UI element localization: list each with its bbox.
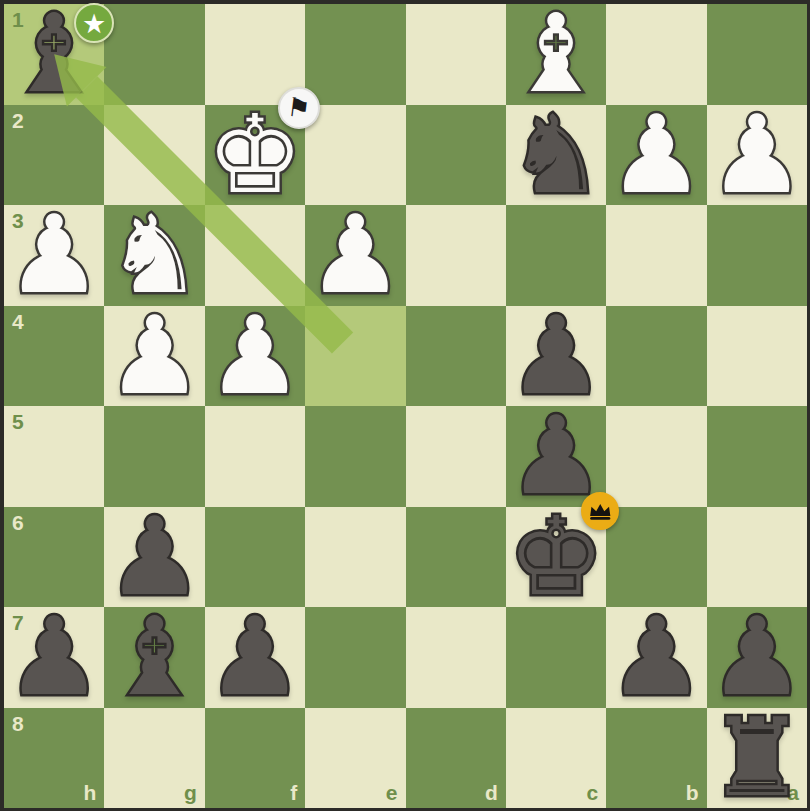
square-h3[interactable]: 3♟ (4, 205, 104, 306)
square-b4[interactable] (606, 306, 706, 407)
rank-label-8: 8 (12, 712, 24, 736)
square-g2[interactable] (104, 105, 204, 206)
file-label-c: c (587, 781, 599, 805)
piece-white-pawn[interactable]: ♟ (707, 105, 807, 206)
square-a3[interactable] (707, 205, 807, 306)
chess-board: 1♝♝2♚♞♟♟3♟♞♟4♟♟♟5♟6♟♚7♟♝♟♟♟8hgfedcba♜ (4, 4, 807, 808)
square-b1[interactable] (606, 4, 706, 105)
rank-label-5: 5 (12, 410, 24, 434)
chess-app-canvas: 1♝♝2♚♞♟♟3♟♞♟4♟♟♟5♟6♟♚7♟♝♟♟♟8hgfedcba♜ ★⚑ (0, 0, 810, 811)
file-label-d: d (485, 781, 498, 805)
piece-black-bishop[interactable]: ♝ (4, 4, 104, 105)
piece-black-pawn[interactable]: ♟ (707, 607, 807, 708)
square-b2[interactable]: ♟ (606, 105, 706, 206)
square-b5[interactable] (606, 406, 706, 507)
piece-black-pawn[interactable]: ♟ (4, 607, 104, 708)
piece-white-knight[interactable]: ♞ (104, 205, 204, 306)
square-f6[interactable] (205, 507, 305, 608)
square-d6[interactable] (406, 507, 506, 608)
square-c4[interactable]: ♟ (506, 306, 606, 407)
square-c8[interactable]: c (506, 708, 606, 809)
square-a1[interactable] (707, 4, 807, 105)
square-a7[interactable]: ♟ (707, 607, 807, 708)
square-e3[interactable]: ♟ (305, 205, 405, 306)
square-a6[interactable] (707, 507, 807, 608)
square-b8[interactable]: b (606, 708, 706, 809)
square-d4[interactable] (406, 306, 506, 407)
file-label-f: f (290, 781, 297, 805)
square-a8[interactable]: a♜ (707, 708, 807, 809)
piece-black-pawn[interactable]: ♟ (104, 507, 204, 608)
square-h6[interactable]: 6 (4, 507, 104, 608)
piece-white-pawn[interactable]: ♟ (305, 205, 405, 306)
piece-black-pawn[interactable]: ♟ (606, 607, 706, 708)
square-d2[interactable] (406, 105, 506, 206)
square-f2[interactable]: ♚ (205, 105, 305, 206)
square-h8[interactable]: 8h (4, 708, 104, 809)
square-c6[interactable]: ♚ (506, 507, 606, 608)
square-a2[interactable]: ♟ (707, 105, 807, 206)
square-b6[interactable] (606, 507, 706, 608)
piece-black-pawn[interactable]: ♟ (506, 406, 606, 507)
square-h5[interactable]: 5 (4, 406, 104, 507)
square-d1[interactable] (406, 4, 506, 105)
square-h2[interactable]: 2 (4, 105, 104, 206)
square-g5[interactable] (104, 406, 204, 507)
square-g6[interactable]: ♟ (104, 507, 204, 608)
square-g7[interactable]: ♝ (104, 607, 204, 708)
rank-label-2: 2 (12, 109, 24, 133)
square-g1[interactable] (104, 4, 204, 105)
piece-white-pawn[interactable]: ♟ (4, 205, 104, 306)
square-a5[interactable] (707, 406, 807, 507)
square-e6[interactable] (305, 507, 405, 608)
piece-black-pawn[interactable]: ♟ (205, 607, 305, 708)
square-g4[interactable]: ♟ (104, 306, 204, 407)
square-f1[interactable] (205, 4, 305, 105)
file-label-h: h (84, 781, 97, 805)
rank-label-6: 6 (12, 511, 24, 535)
square-g3[interactable]: ♞ (104, 205, 204, 306)
square-c2[interactable]: ♞ (506, 105, 606, 206)
piece-white-pawn[interactable]: ♟ (104, 306, 204, 407)
piece-black-rook[interactable]: ♜ (707, 708, 807, 809)
square-f7[interactable]: ♟ (205, 607, 305, 708)
square-f3[interactable] (205, 205, 305, 306)
piece-black-knight[interactable]: ♞ (506, 105, 606, 206)
square-e5[interactable] (305, 406, 405, 507)
piece-white-bishop[interactable]: ♝ (506, 4, 606, 105)
square-e8[interactable]: e (305, 708, 405, 809)
square-c5[interactable]: ♟ (506, 406, 606, 507)
square-d5[interactable] (406, 406, 506, 507)
square-f5[interactable] (205, 406, 305, 507)
piece-black-pawn[interactable]: ♟ (506, 306, 606, 407)
square-f8[interactable]: f (205, 708, 305, 809)
square-e2[interactable] (305, 105, 405, 206)
rank-label-4: 4 (12, 310, 24, 334)
square-f4[interactable]: ♟ (205, 306, 305, 407)
square-d7[interactable] (406, 607, 506, 708)
piece-white-king[interactable]: ♚ (205, 105, 305, 206)
square-c7[interactable] (506, 607, 606, 708)
file-label-e: e (386, 781, 398, 805)
square-d8[interactable]: d (406, 708, 506, 809)
square-e1[interactable] (305, 4, 405, 105)
square-b3[interactable] (606, 205, 706, 306)
square-g8[interactable]: g (104, 708, 204, 809)
square-e7[interactable] (305, 607, 405, 708)
square-a4[interactable] (707, 306, 807, 407)
piece-black-bishop[interactable]: ♝ (104, 607, 204, 708)
square-h7[interactable]: 7♟ (4, 607, 104, 708)
square-c3[interactable] (506, 205, 606, 306)
square-e4[interactable] (305, 306, 405, 407)
file-label-g: g (184, 781, 197, 805)
square-c1[interactable]: ♝ (506, 4, 606, 105)
square-b7[interactable]: ♟ (606, 607, 706, 708)
square-h1[interactable]: 1♝ (4, 4, 104, 105)
piece-black-king[interactable]: ♚ (506, 507, 606, 608)
square-d3[interactable] (406, 205, 506, 306)
square-h4[interactable]: 4 (4, 306, 104, 407)
piece-white-pawn[interactable]: ♟ (606, 105, 706, 206)
piece-white-pawn[interactable]: ♟ (205, 306, 305, 407)
file-label-b: b (686, 781, 699, 805)
